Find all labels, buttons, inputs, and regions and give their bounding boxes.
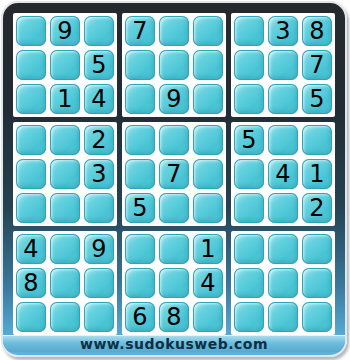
cell-r2c3[interactable]: 5 bbox=[84, 50, 114, 80]
cell-r3c9[interactable]: 5 bbox=[302, 84, 332, 114]
cell-r2c1[interactable] bbox=[16, 50, 46, 80]
block-5: 75 bbox=[122, 122, 226, 226]
cell-r3c8[interactable] bbox=[268, 84, 298, 114]
cell-r8c5[interactable] bbox=[159, 268, 189, 298]
cell-r9c2[interactable] bbox=[50, 302, 80, 332]
cell-r4c9[interactable] bbox=[302, 125, 332, 155]
cell-r8c3[interactable] bbox=[84, 268, 114, 298]
cell-r2c7[interactable] bbox=[234, 50, 264, 80]
cell-r7c2[interactable] bbox=[50, 234, 80, 264]
footer-band: www.sudokusweb.com bbox=[3, 335, 345, 352]
cell-r2c9[interactable]: 7 bbox=[302, 50, 332, 80]
cell-r7c5[interactable] bbox=[159, 234, 189, 264]
cell-r6c1[interactable] bbox=[16, 193, 46, 223]
cell-r2c8[interactable] bbox=[268, 50, 298, 80]
cell-r8c8[interactable] bbox=[268, 268, 298, 298]
cell-r7c7[interactable] bbox=[234, 234, 264, 264]
cell-r8c9[interactable] bbox=[302, 268, 332, 298]
block-1: 9514 bbox=[13, 13, 117, 117]
cell-r9c1[interactable] bbox=[16, 302, 46, 332]
cell-r4c7[interactable]: 5 bbox=[234, 125, 264, 155]
block-7: 498 bbox=[13, 231, 117, 335]
cell-r5c2[interactable] bbox=[50, 159, 80, 189]
cell-r7c9[interactable] bbox=[302, 234, 332, 264]
cell-r5c5[interactable]: 7 bbox=[159, 159, 189, 189]
cell-r4c5[interactable] bbox=[159, 125, 189, 155]
cell-r7c4[interactable] bbox=[125, 234, 155, 264]
cell-r5c3[interactable]: 3 bbox=[84, 159, 114, 189]
cell-r1c3[interactable] bbox=[84, 16, 114, 46]
block-9 bbox=[231, 231, 335, 335]
cell-r3c3[interactable]: 4 bbox=[84, 84, 114, 114]
block-4: 23 bbox=[13, 122, 117, 226]
cell-r7c6[interactable]: 1 bbox=[193, 234, 223, 264]
cell-r7c1[interactable]: 4 bbox=[16, 234, 46, 264]
block-3: 3875 bbox=[231, 13, 335, 117]
cell-r1c9[interactable]: 8 bbox=[302, 16, 332, 46]
cell-r9c7[interactable] bbox=[234, 302, 264, 332]
cell-r6c7[interactable] bbox=[234, 193, 264, 223]
cell-r9c9[interactable] bbox=[302, 302, 332, 332]
cell-r7c8[interactable] bbox=[268, 234, 298, 264]
cell-r6c3[interactable] bbox=[84, 193, 114, 223]
cell-r1c6[interactable] bbox=[193, 16, 223, 46]
cell-r1c7[interactable] bbox=[234, 16, 264, 46]
site-url[interactable]: www.sudokusweb.com bbox=[80, 336, 268, 352]
cell-r3c5[interactable]: 9 bbox=[159, 84, 189, 114]
cell-r1c5[interactable] bbox=[159, 16, 189, 46]
block-6: 5412 bbox=[231, 122, 335, 226]
cell-r5c7[interactable] bbox=[234, 159, 264, 189]
cell-r3c2[interactable]: 1 bbox=[50, 84, 80, 114]
cell-r6c9[interactable]: 2 bbox=[302, 193, 332, 223]
cell-r2c4[interactable] bbox=[125, 50, 155, 80]
cell-r8c2[interactable] bbox=[50, 268, 80, 298]
cell-r3c6[interactable] bbox=[193, 84, 223, 114]
block-8: 1468 bbox=[122, 231, 226, 335]
sudoku-board-frame: 9514793875237554124981468 www.sudokusweb… bbox=[1, 1, 347, 357]
cell-r1c1[interactable] bbox=[16, 16, 46, 46]
cell-r7c3[interactable]: 9 bbox=[84, 234, 114, 264]
cell-r6c8[interactable] bbox=[268, 193, 298, 223]
cell-r6c2[interactable] bbox=[50, 193, 80, 223]
cell-r4c6[interactable] bbox=[193, 125, 223, 155]
cell-r5c6[interactable] bbox=[193, 159, 223, 189]
cell-r6c5[interactable] bbox=[159, 193, 189, 223]
cell-r8c7[interactable] bbox=[234, 268, 264, 298]
cell-r6c4[interactable]: 5 bbox=[125, 193, 155, 223]
cell-r9c5[interactable]: 8 bbox=[159, 302, 189, 332]
cell-r8c4[interactable] bbox=[125, 268, 155, 298]
cell-r8c6[interactable]: 4 bbox=[193, 268, 223, 298]
cell-r9c6[interactable] bbox=[193, 302, 223, 332]
cell-r2c2[interactable] bbox=[50, 50, 80, 80]
cell-r9c3[interactable] bbox=[84, 302, 114, 332]
cell-r9c4[interactable]: 6 bbox=[125, 302, 155, 332]
cell-r2c6[interactable] bbox=[193, 50, 223, 80]
cell-r8c1[interactable]: 8 bbox=[16, 268, 46, 298]
cell-r1c2[interactable]: 9 bbox=[50, 16, 80, 46]
cell-r3c7[interactable] bbox=[234, 84, 264, 114]
block-2: 79 bbox=[122, 13, 226, 117]
cell-r3c1[interactable] bbox=[16, 84, 46, 114]
cell-r6c6[interactable] bbox=[193, 193, 223, 223]
cell-r1c4[interactable]: 7 bbox=[125, 16, 155, 46]
cell-r3c4[interactable] bbox=[125, 84, 155, 114]
cell-r2c5[interactable] bbox=[159, 50, 189, 80]
cell-r5c4[interactable] bbox=[125, 159, 155, 189]
cell-r4c1[interactable] bbox=[16, 125, 46, 155]
cell-r4c3[interactable]: 2 bbox=[84, 125, 114, 155]
cell-r1c8[interactable]: 3 bbox=[268, 16, 298, 46]
cell-r5c8[interactable]: 4 bbox=[268, 159, 298, 189]
cell-r4c4[interactable] bbox=[125, 125, 155, 155]
cell-r5c1[interactable] bbox=[16, 159, 46, 189]
cell-r5c9[interactable]: 1 bbox=[302, 159, 332, 189]
sudoku-board: 9514793875237554124981468 bbox=[3, 3, 345, 335]
cell-r4c2[interactable] bbox=[50, 125, 80, 155]
cell-r9c8[interactable] bbox=[268, 302, 298, 332]
cell-r4c8[interactable] bbox=[268, 125, 298, 155]
